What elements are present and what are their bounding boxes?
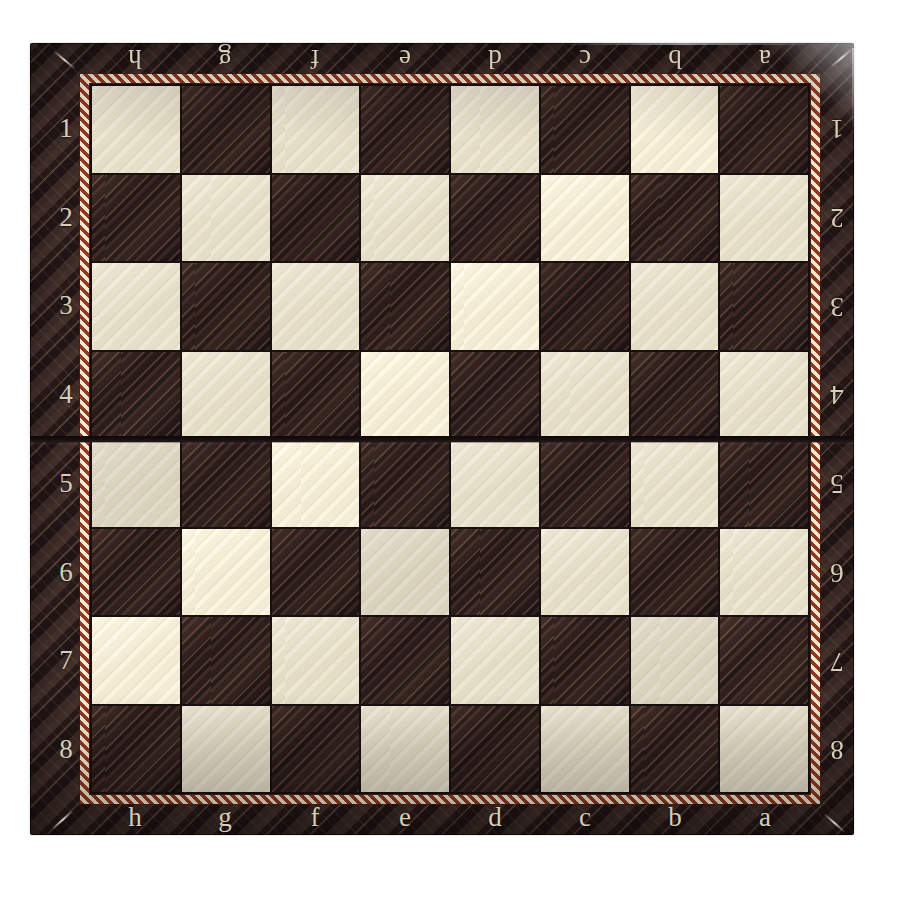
square-h7[interactable] [92, 617, 180, 704]
square-b6[interactable] [631, 529, 719, 616]
rank-label-left-1: 1 [50, 84, 82, 173]
square-f6[interactable] [272, 529, 360, 616]
square-d7[interactable] [451, 617, 539, 704]
rank-label-right-4: 4 [820, 350, 854, 439]
square-b8[interactable] [631, 706, 719, 793]
square-h3[interactable] [92, 263, 180, 350]
rank-label-left-2: 2 [50, 173, 82, 262]
glare-right-edge [852, 48, 854, 140]
square-a8[interactable] [720, 706, 808, 793]
square-a6[interactable] [720, 529, 808, 616]
square-b2[interactable] [631, 175, 719, 262]
square-e8[interactable] [361, 706, 449, 793]
square-h6[interactable] [92, 529, 180, 616]
square-c4[interactable] [541, 352, 629, 439]
square-h5[interactable] [92, 440, 180, 527]
file-label-top-b: b [630, 44, 720, 74]
rank-label-right-7: 7 [820, 617, 854, 706]
square-f5[interactable] [272, 440, 360, 527]
square-e7[interactable] [361, 617, 449, 704]
fold-seam [30, 436, 854, 443]
rank-label-right-6: 6 [820, 528, 854, 617]
rank-label-right-5: 5 [820, 439, 854, 528]
file-label-top-f: f [270, 44, 360, 74]
square-e1[interactable] [361, 86, 449, 173]
chessboard-photo: hgfedcba hgfedcba 12345678 12345678 [0, 0, 900, 900]
square-f3[interactable] [272, 263, 360, 350]
square-g8[interactable] [182, 706, 270, 793]
square-h1[interactable] [92, 86, 180, 173]
square-f2[interactable] [272, 175, 360, 262]
file-labels-top: hgfedcba [90, 44, 810, 74]
square-d6[interactable] [451, 529, 539, 616]
square-b7[interactable] [631, 617, 719, 704]
square-g4[interactable] [182, 352, 270, 439]
square-a4[interactable] [720, 352, 808, 439]
square-d4[interactable] [451, 352, 539, 439]
rank-label-right-1: 1 [820, 84, 854, 173]
square-h8[interactable] [92, 706, 180, 793]
rank-label-left-5: 5 [50, 439, 82, 528]
file-label-top-e: e [360, 44, 450, 74]
square-e3[interactable] [361, 263, 449, 350]
file-labels-bottom: hgfedcba [90, 800, 810, 834]
square-b1[interactable] [631, 86, 719, 173]
square-h4[interactable] [92, 352, 180, 439]
square-b5[interactable] [631, 440, 719, 527]
rank-label-left-4: 4 [50, 350, 82, 439]
corner-scratch-top-right [831, 49, 853, 68]
square-a7[interactable] [720, 617, 808, 704]
file-label-bottom-c: c [540, 800, 630, 834]
rank-label-left-6: 6 [50, 528, 82, 617]
file-label-top-g: g [180, 44, 270, 74]
file-label-bottom-h: h [90, 800, 180, 834]
glare-top-edge [560, 43, 806, 45]
file-label-top-a: a [720, 44, 810, 74]
square-c2[interactable] [541, 175, 629, 262]
square-g1[interactable] [182, 86, 270, 173]
file-label-bottom-b: b [630, 800, 720, 834]
square-e2[interactable] [361, 175, 449, 262]
square-e5[interactable] [361, 440, 449, 527]
square-h2[interactable] [92, 175, 180, 262]
file-label-bottom-d: d [450, 800, 540, 834]
corner-scratch-bottom-right [824, 813, 845, 833]
square-d8[interactable] [451, 706, 539, 793]
square-b3[interactable] [631, 263, 719, 350]
square-g7[interactable] [182, 617, 270, 704]
square-c5[interactable] [541, 440, 629, 527]
corner-scratch-top-left [54, 51, 76, 70]
file-label-bottom-g: g [180, 800, 270, 834]
square-f7[interactable] [272, 617, 360, 704]
square-b4[interactable] [631, 352, 719, 439]
file-label-bottom-f: f [270, 800, 360, 834]
rank-label-left-8: 8 [50, 705, 82, 794]
square-a2[interactable] [720, 175, 808, 262]
rank-label-left-7: 7 [50, 617, 82, 706]
square-c1[interactable] [541, 86, 629, 173]
rank-label-right-2: 2 [820, 173, 854, 262]
square-d3[interactable] [451, 263, 539, 350]
square-g3[interactable] [182, 263, 270, 350]
square-f8[interactable] [272, 706, 360, 793]
rank-label-right-8: 8 [820, 705, 854, 794]
square-f1[interactable] [272, 86, 360, 173]
square-c8[interactable] [541, 706, 629, 793]
file-label-bottom-e: e [360, 800, 450, 834]
square-g6[interactable] [182, 529, 270, 616]
file-label-top-c: c [540, 44, 630, 74]
square-a5[interactable] [720, 440, 808, 527]
square-d5[interactable] [451, 440, 539, 527]
square-d2[interactable] [451, 175, 539, 262]
square-a3[interactable] [720, 263, 808, 350]
square-g2[interactable] [182, 175, 270, 262]
square-g5[interactable] [182, 440, 270, 527]
square-f4[interactable] [272, 352, 360, 439]
file-label-top-h: h [90, 44, 180, 74]
square-c7[interactable] [541, 617, 629, 704]
file-label-top-d: d [450, 44, 540, 74]
square-a1[interactable] [720, 86, 808, 173]
corner-scratch-bottom-left [52, 810, 73, 830]
rank-label-left-3: 3 [50, 262, 82, 351]
square-e6[interactable] [361, 529, 449, 616]
file-label-bottom-a: a [720, 800, 810, 834]
square-c6[interactable] [541, 529, 629, 616]
chess-board: hgfedcba hgfedcba 12345678 12345678 [30, 43, 854, 835]
square-c3[interactable] [541, 263, 629, 350]
square-e4[interactable] [361, 352, 449, 439]
rank-label-right-3: 3 [820, 262, 854, 351]
square-d1[interactable] [451, 86, 539, 173]
